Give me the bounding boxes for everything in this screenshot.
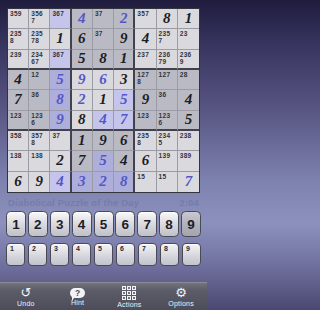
user-digit: 9 [50, 111, 69, 129]
cell-r8c5[interactable]: 5 [93, 151, 114, 171]
cell-r8c9[interactable]: 389 [178, 151, 199, 171]
given-digit: 3 [114, 70, 133, 89]
user-digit: 8 [50, 90, 69, 109]
cell-r3c5[interactable]: 8 [93, 50, 114, 70]
cell-r3c7[interactable]: 237 [135, 50, 156, 70]
cell-r2c3[interactable]: 1 [50, 29, 71, 49]
given-digit: 8 [93, 50, 113, 68]
user-digit: 7 [114, 111, 133, 129]
pencil-button-7[interactable]: 7 [138, 243, 157, 266]
options-button[interactable]: ⚙ Options [161, 286, 201, 307]
cell-r2c1[interactable]: 235 8 [8, 29, 29, 49]
pencil-marks: 237 [135, 50, 149, 58]
numpad-button-9[interactable]: 9 [181, 211, 201, 237]
cell-r6c3[interactable]: 9 [50, 111, 71, 131]
pencil-button-1[interactable]: 1 [6, 243, 25, 266]
given-digit: 5 [178, 111, 199, 129]
cell-r1c3[interactable]: 367 [50, 9, 71, 29]
pencil-marks: 238 [178, 131, 192, 139]
given-digit: 4 [178, 90, 199, 109]
cell-r2c8[interactable]: 235 7 [157, 29, 178, 49]
given-digit: 4 [8, 70, 28, 89]
cell-r2c4[interactable]: 6 [72, 29, 93, 49]
cell-r3c3[interactable]: 367 [50, 50, 71, 70]
pencil-marks: 15 [157, 172, 167, 180]
cell-r7c6[interactable]: 6 [114, 131, 135, 151]
cell-r1c6[interactable]: 2 [114, 9, 135, 29]
numpad-button-6[interactable]: 6 [115, 211, 135, 237]
title-bar: Diabolical Puzzle of the Day 2:04 [0, 194, 207, 210]
cell-r4c7[interactable]: 127 8 [135, 70, 156, 90]
pencil-marks: 357 [135, 9, 149, 17]
user-digit: 4 [93, 111, 113, 129]
cell-r5c7[interactable]: 9 [135, 90, 156, 110]
undo-label: Undo [17, 300, 35, 307]
pencil-button-4[interactable]: 4 [72, 243, 91, 266]
numpad-button-5[interactable]: 5 [94, 211, 114, 237]
sudoku-app-screen: { "game": "sudoku", "title_bar": { "titl… [0, 0, 207, 310]
given-digit: 9 [135, 90, 155, 109]
pencil-button-5[interactable]: 5 [94, 243, 113, 266]
pencil-marks: 37 [93, 9, 103, 17]
pencil-marks: 123 [135, 111, 149, 119]
numpad-button-7[interactable]: 7 [137, 211, 157, 237]
cell-r1c8[interactable]: 8 [157, 9, 178, 29]
numpad-button-2[interactable]: 2 [28, 211, 48, 237]
cell-r9c3[interactable]: 4 [50, 172, 71, 192]
cell-r3c6[interactable]: 1 [114, 50, 135, 70]
sudoku-board[interactable]: 359356 7367437235781235 8235 78163794235… [7, 8, 200, 193]
cell-r6c4[interactable]: 8 [72, 111, 93, 131]
pencil-marks: 356 7 [29, 9, 43, 24]
given-digit: 8 [157, 9, 177, 28]
cell-r1c1[interactable]: 359 [8, 9, 29, 29]
user-digit: 3 [72, 172, 92, 192]
pencil-marks: 36 [29, 90, 39, 98]
cell-r3c8[interactable]: 236 79 [157, 50, 178, 70]
cell-r3c4[interactable]: 5 [72, 50, 93, 70]
cell-r4c3[interactable]: 5 [50, 70, 71, 90]
cell-r7c5[interactable]: 9 [93, 131, 114, 151]
cell-r6c5[interactable]: 4 [93, 111, 114, 131]
given-digit: 7 [8, 90, 28, 109]
cell-r3c9[interactable]: 236 9 [178, 50, 199, 70]
pencil-marks: 235 7 [157, 29, 171, 44]
given-digit: 7 [72, 151, 92, 170]
numpad-button-3[interactable]: 3 [50, 211, 70, 237]
hint-button[interactable]: ? Hint [58, 288, 98, 306]
pencil-button-8[interactable]: 8 [160, 243, 179, 266]
cell-r9c1[interactable]: 6 [8, 172, 29, 192]
pencil-marks: 235 8 [135, 131, 149, 146]
cell-r6c7[interactable]: 123 [135, 111, 156, 131]
cell-r7c4[interactable]: 1 [72, 131, 93, 151]
given-digit: 8 [72, 111, 92, 129]
cell-r3c2[interactable]: 234 67 [29, 50, 50, 70]
cell-r1c9[interactable]: 1 [178, 9, 199, 29]
cell-r9c7[interactable]: 15 [135, 172, 156, 192]
pencil-marks: 236 79 [157, 50, 171, 65]
user-digit: 4 [72, 9, 92, 28]
cell-r2c2[interactable]: 235 78 [29, 29, 50, 49]
given-digit: 4 [135, 29, 155, 48]
cell-r4c2[interactable]: 12 [29, 70, 50, 90]
given-digit: 9 [114, 29, 133, 48]
cell-r7c3[interactable]: 37 [50, 131, 71, 151]
pencil-marks: 138 [29, 151, 43, 159]
pencil-marks: 123 [8, 111, 22, 119]
cell-r6c2[interactable]: 123 6 [29, 111, 50, 131]
user-digit: 4 [50, 172, 69, 192]
pencil-marks: 367 [50, 9, 64, 17]
user-digit: 7 [178, 172, 199, 192]
pencil-marks: 236 9 [178, 50, 192, 65]
given-digit: 1 [50, 29, 69, 48]
cell-r8c2[interactable]: 138 [29, 151, 50, 171]
timer: 2:04 [179, 197, 199, 208]
cell-r1c7[interactable]: 357 [135, 9, 156, 29]
pencil-marks: 37 [93, 29, 103, 37]
cell-r5c4[interactable]: 2 [72, 90, 93, 110]
actions-label: Actions [117, 301, 141, 308]
cell-r1c5[interactable]: 37 [93, 9, 114, 29]
pencil-marks: 23 [178, 29, 188, 37]
puzzle-title: Diabolical Puzzle of the Day [8, 197, 139, 208]
cell-r7c7[interactable]: 235 8 [135, 131, 156, 151]
user-digit: 5 [93, 151, 113, 170]
pencil-marks: 123 6 [157, 111, 171, 126]
cell-r6c9[interactable]: 5 [178, 111, 199, 131]
number-pad: 123456789 [6, 211, 201, 237]
user-digit: 2 [114, 9, 133, 28]
pencil-marks: 235 78 [29, 29, 43, 44]
pencil-marks: 239 [8, 50, 22, 58]
pencil-marks: 234 5 [157, 131, 171, 146]
cell-r9c2[interactable]: 9 [29, 172, 50, 192]
pencil-marks: 36 [157, 90, 167, 98]
cell-r9c5[interactable]: 2 [93, 172, 114, 192]
given-digit: 9 [29, 172, 49, 192]
user-digit: 9 [72, 70, 92, 89]
cell-r5c9[interactable]: 4 [178, 90, 199, 110]
cell-r5c2[interactable]: 36 [29, 90, 50, 110]
pencil-marks: 15 [135, 172, 145, 180]
given-digit: 5 [72, 50, 92, 68]
user-digit: 2 [93, 172, 113, 192]
pencil-number-pad: 123456789 [6, 243, 201, 266]
pencil-marks: 359 [8, 9, 22, 17]
cell-r9c6[interactable]: 8 [114, 172, 135, 192]
cell-r2c9[interactable]: 23 [178, 29, 199, 49]
cell-r6c8[interactable]: 123 6 [157, 111, 178, 131]
given-digit: 6 [8, 172, 28, 192]
pencil-marks: 139 [157, 151, 171, 159]
cell-r6c6[interactable]: 7 [114, 111, 135, 131]
user-digit: 5 [50, 70, 69, 89]
gear-icon: ⚙ [175, 286, 187, 299]
options-label: Options [168, 300, 194, 307]
cell-r5c1[interactable]: 7 [8, 90, 29, 110]
pencil-marks: 235 8 [8, 29, 22, 44]
cell-r2c6[interactable]: 9 [114, 29, 135, 49]
given-digit: 2 [50, 151, 69, 170]
actions-button[interactable]: Actions [109, 286, 149, 308]
pencil-marks: 127 8 [135, 70, 149, 85]
given-digit: 1 [93, 90, 113, 109]
given-digit: 6 [135, 151, 155, 170]
pencil-marks: 357 8 [29, 131, 43, 146]
given-digit: 4 [114, 151, 133, 170]
pencil-button-9[interactable]: 9 [182, 243, 201, 266]
cell-r3c1[interactable]: 239 [8, 50, 29, 70]
cell-r1c2[interactable]: 356 7 [29, 9, 50, 29]
numpad-button-1[interactable]: 1 [6, 211, 26, 237]
cell-r2c5[interactable]: 37 [93, 29, 114, 49]
cell-r9c4[interactable]: 3 [72, 172, 93, 192]
pencil-button-3[interactable]: 3 [50, 243, 69, 266]
cell-r5c5[interactable]: 1 [93, 90, 114, 110]
given-digit: 1 [72, 131, 92, 150]
cell-r2c7[interactable]: 4 [135, 29, 156, 49]
pencil-marks: 389 [178, 151, 192, 159]
numpad-button-8[interactable]: 8 [159, 211, 179, 237]
cell-r8c4[interactable]: 7 [72, 151, 93, 171]
cell-r8c6[interactable]: 4 [114, 151, 135, 171]
cell-r7c8[interactable]: 234 5 [157, 131, 178, 151]
pencil-marks: 28 [178, 70, 188, 78]
undo-icon: ↺ [20, 286, 31, 299]
cell-r8c3[interactable]: 2 [50, 151, 71, 171]
pencil-marks: 367 [50, 50, 64, 58]
user-digit: 5 [114, 90, 133, 109]
pencil-marks: 123 6 [29, 111, 43, 126]
cell-r5c3[interactable]: 8 [50, 90, 71, 110]
cell-r8c8[interactable]: 139 [157, 151, 178, 171]
cell-r8c7[interactable]: 6 [135, 151, 156, 171]
pencil-marks: 138 [8, 151, 22, 159]
pencil-button-6[interactable]: 6 [116, 243, 135, 266]
cell-r8c1[interactable]: 138 [8, 151, 29, 171]
given-digit: 1 [114, 50, 133, 68]
cell-r4c8[interactable]: 127 [157, 70, 178, 90]
cell-r5c6[interactable]: 5 [114, 90, 135, 110]
user-digit: 8 [114, 172, 133, 192]
cell-r7c2[interactable]: 357 8 [29, 131, 50, 151]
user-digit: 6 [93, 70, 113, 89]
pencil-button-2[interactable]: 2 [28, 243, 47, 266]
pencil-marks: 358 [8, 131, 22, 139]
actions-grid-icon [122, 286, 136, 300]
pencil-marks: 127 [157, 70, 171, 78]
pencil-marks: 12 [29, 70, 39, 78]
cell-r9c9[interactable]: 7 [178, 172, 199, 192]
cell-r4c9[interactable]: 28 [178, 70, 199, 90]
hint-bubble-icon: ? [70, 288, 85, 298]
cell-r7c9[interactable]: 238 [178, 131, 199, 151]
user-digit: 2 [72, 90, 92, 109]
cell-r7c1[interactable]: 358 [8, 131, 29, 151]
cell-r6c1[interactable]: 123 [8, 111, 29, 131]
cell-r4c6[interactable]: 3 [114, 70, 135, 90]
numpad-button-4[interactable]: 4 [72, 211, 92, 237]
bottom-toolbar: ↺ Undo ? Hint Actions ⚙ Options [0, 282, 207, 310]
undo-button[interactable]: ↺ Undo [6, 286, 46, 307]
given-digit: 1 [178, 9, 199, 28]
cell-r4c1[interactable]: 4 [8, 70, 29, 90]
cell-r4c5[interactable]: 6 [93, 70, 114, 90]
given-digit: 9 [93, 131, 113, 150]
cell-r5c8[interactable]: 36 [157, 90, 178, 110]
cell-r9c8[interactable]: 15 [157, 172, 178, 192]
cell-r4c4[interactable]: 9 [72, 70, 93, 90]
pencil-marks: 37 [50, 131, 60, 139]
pencil-marks: 234 67 [29, 50, 43, 65]
given-digit: 6 [72, 29, 92, 48]
cell-r1c4[interactable]: 4 [72, 9, 93, 29]
given-digit: 6 [114, 131, 133, 150]
